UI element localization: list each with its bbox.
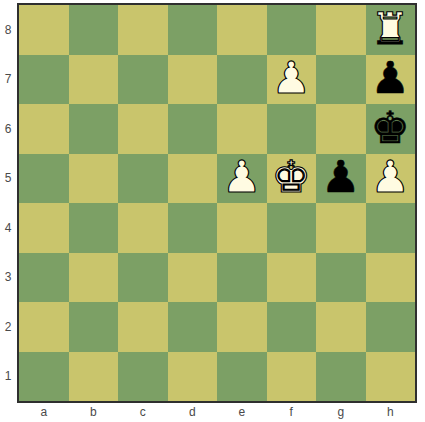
square-g6[interactable] [316,104,366,154]
square-g1[interactable] [316,352,366,402]
black-king-h6[interactable]: ♚ [371,106,410,150]
square-g8[interactable] [316,5,366,55]
rank-label-4: 4 [0,203,16,253]
square-h7[interactable]: ♟ [366,55,416,105]
square-b5[interactable] [69,154,119,204]
square-d3[interactable] [168,253,218,303]
square-g7[interactable] [316,55,366,105]
square-h1[interactable] [366,352,416,402]
black-pawn-h7[interactable]: ♟ [371,56,410,100]
file-label-e: e [217,404,267,420]
square-c6[interactable] [118,104,168,154]
square-a2[interactable] [19,302,69,352]
square-g2[interactable] [316,302,366,352]
square-g4[interactable] [316,203,366,253]
rank-label-7: 7 [0,55,16,105]
square-b2[interactable] [69,302,119,352]
file-label-a: a [19,404,69,420]
square-f5[interactable]: ♚ [267,154,317,204]
file-labels: abcdefgh [19,404,415,420]
file-label-d: d [168,404,218,420]
white-king-f5[interactable]: ♚ [272,155,311,199]
square-a8[interactable] [19,5,69,55]
file-label-g: g [316,404,366,420]
square-b7[interactable] [69,55,119,105]
square-h3[interactable] [366,253,416,303]
square-d6[interactable] [168,104,218,154]
white-pawn-f7[interactable]: ♟ [272,56,311,100]
square-c1[interactable] [118,352,168,402]
square-h4[interactable] [366,203,416,253]
square-c4[interactable] [118,203,168,253]
square-c5[interactable] [118,154,168,204]
square-e7[interactable] [217,55,267,105]
square-a1[interactable] [19,352,69,402]
file-label-f: f [267,404,317,420]
white-pawn-e5[interactable]: ♟ [222,155,261,199]
square-b8[interactable] [69,5,119,55]
rank-label-3: 3 [0,253,16,303]
square-b4[interactable] [69,203,119,253]
white-rook-h8[interactable]: ♜ [371,7,410,51]
square-h6[interactable]: ♚ [366,104,416,154]
square-a7[interactable] [19,55,69,105]
square-e2[interactable] [217,302,267,352]
square-f1[interactable] [267,352,317,402]
square-h8[interactable]: ♜ [366,5,416,55]
rank-label-8: 8 [0,5,16,55]
square-f7[interactable]: ♟ [267,55,317,105]
square-a4[interactable] [19,203,69,253]
square-f3[interactable] [267,253,317,303]
rank-label-5: 5 [0,154,16,204]
rank-labels: 87654321 [0,5,16,401]
rank-label-6: 6 [0,104,16,154]
square-d2[interactable] [168,302,218,352]
square-d4[interactable] [168,203,218,253]
square-c7[interactable] [118,55,168,105]
square-d5[interactable] [168,154,218,204]
square-e3[interactable] [217,253,267,303]
square-e8[interactable] [217,5,267,55]
chess-board: ♜♟♟♚♟♚♟♟ [17,3,417,403]
square-c8[interactable] [118,5,168,55]
square-f2[interactable] [267,302,317,352]
square-f4[interactable] [267,203,317,253]
square-d8[interactable] [168,5,218,55]
square-h2[interactable] [366,302,416,352]
square-a3[interactable] [19,253,69,303]
square-e1[interactable] [217,352,267,402]
square-a5[interactable] [19,154,69,204]
square-c3[interactable] [118,253,168,303]
square-f6[interactable] [267,104,317,154]
square-h5[interactable]: ♟ [366,154,416,204]
black-pawn-g5[interactable]: ♟ [321,155,360,199]
rank-label-2: 2 [0,302,16,352]
file-label-c: c [118,404,168,420]
square-f8[interactable] [267,5,317,55]
square-c2[interactable] [118,302,168,352]
square-b1[interactable] [69,352,119,402]
square-b3[interactable] [69,253,119,303]
square-g5[interactable]: ♟ [316,154,366,204]
square-e6[interactable] [217,104,267,154]
square-d1[interactable] [168,352,218,402]
square-b6[interactable] [69,104,119,154]
square-d7[interactable] [168,55,218,105]
file-label-b: b [69,404,119,420]
file-label-h: h [366,404,416,420]
square-a6[interactable] [19,104,69,154]
white-pawn-h5[interactable]: ♟ [371,155,410,199]
square-e4[interactable] [217,203,267,253]
square-g3[interactable] [316,253,366,303]
square-e5[interactable]: ♟ [217,154,267,204]
rank-label-1: 1 [0,352,16,402]
